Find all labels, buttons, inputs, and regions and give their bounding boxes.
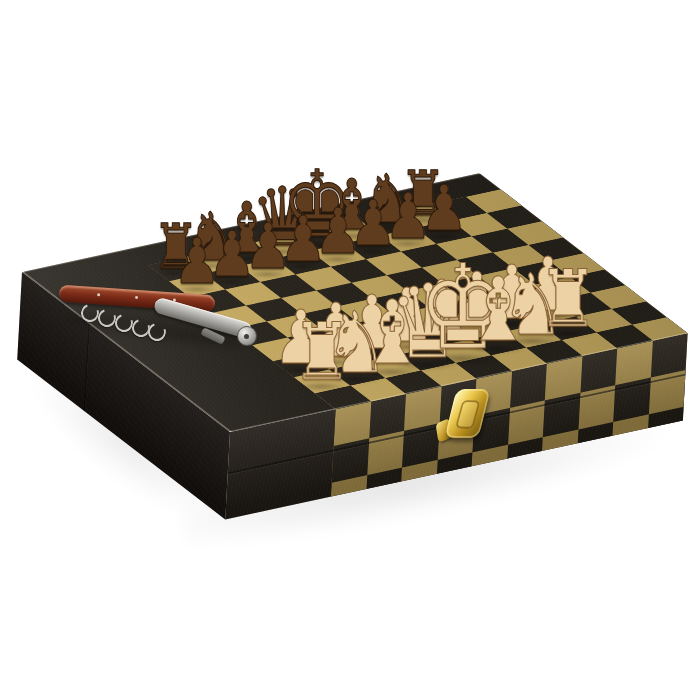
corkscrew-hinge-cap xyxy=(237,326,257,346)
scene: ♜♞♝♛♚♝♞♜♟♟♟♟♟♟♟♟♟♟♟♟♟♟♟♟♜♞♝♛♚♝♞♜ xyxy=(0,0,700,700)
corkscrew xyxy=(55,280,265,360)
clasp-slot xyxy=(455,400,481,429)
clasp xyxy=(433,383,490,464)
piece-white-rook-h1[interactable]: ♜ xyxy=(533,258,604,341)
clasp-plate xyxy=(445,389,491,438)
piece-black-pawn-h7[interactable]: ♟ xyxy=(415,176,471,242)
